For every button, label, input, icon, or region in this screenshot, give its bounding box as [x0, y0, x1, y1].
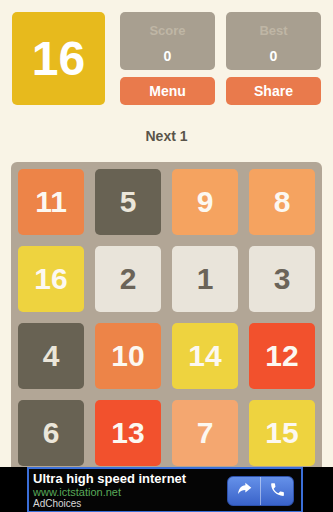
best-panel: Best 0 [226, 12, 321, 70]
ad-call-button[interactable] [261, 477, 293, 505]
max-tile: 16 [12, 12, 105, 105]
tile-11[interactable]: 11 [18, 169, 84, 235]
phone-icon [269, 481, 286, 502]
ad-headline[interactable]: Ultra high speed internet [33, 471, 186, 486]
tile-5[interactable]: 5 [95, 169, 161, 235]
board[interactable]: 11598162134101412613715 [11, 162, 322, 473]
tile-3[interactable]: 3 [249, 246, 315, 312]
best-value: 0 [226, 49, 321, 63]
tile-2[interactable]: 2 [95, 246, 161, 312]
ad-action-buttons [227, 476, 294, 506]
tile-1[interactable]: 1 [172, 246, 238, 312]
max-tile-value: 16 [32, 31, 85, 86]
ad-share-button[interactable] [228, 477, 261, 505]
tile-4[interactable]: 4 [18, 323, 84, 389]
ad-content[interactable]: Ultra high speed internet www.ictstation… [27, 467, 303, 512]
score-value: 0 [120, 49, 215, 63]
next-tile-label: Next 1 [0, 128, 333, 144]
ad-adchoices-link[interactable]: AdChoices [33, 498, 186, 510]
share-arrow-icon [236, 481, 253, 502]
tile-7[interactable]: 7 [172, 400, 238, 466]
tile-14[interactable]: 14 [172, 323, 238, 389]
tile-8[interactable]: 8 [249, 169, 315, 235]
ad-text-block: Ultra high speed internet www.ictstation… [33, 471, 186, 510]
share-button[interactable]: Share [226, 77, 321, 105]
best-label: Best [226, 24, 321, 38]
tile-6[interactable]: 6 [18, 400, 84, 466]
tile-10[interactable]: 10 [95, 323, 161, 389]
tile-12[interactable]: 12 [249, 323, 315, 389]
ad-banner: Ultra high speed internet www.ictstation… [0, 467, 333, 512]
ad-url[interactable]: www.ictstation.net [33, 486, 186, 498]
tile-9[interactable]: 9 [172, 169, 238, 235]
menu-button-label: Menu [149, 83, 186, 99]
menu-button[interactable]: Menu [120, 77, 215, 105]
score-panel: Score 0 [120, 12, 215, 70]
app-root: 16 Score 0 Best 0 Menu Share Next 1 1159… [0, 0, 333, 512]
score-label: Score [120, 24, 215, 38]
tile-13[interactable]: 13 [95, 400, 161, 466]
share-button-label: Share [254, 83, 293, 99]
tile-16[interactable]: 16 [18, 246, 84, 312]
tile-15[interactable]: 15 [249, 400, 315, 466]
